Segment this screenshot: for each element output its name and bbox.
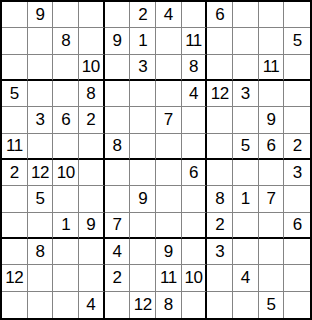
cell-r3c4[interactable]: 10 bbox=[79, 55, 105, 81]
cell-r8c10[interactable]: 1 bbox=[233, 186, 259, 212]
cell-r7c2[interactable]: 12 bbox=[28, 160, 54, 186]
given-digit: 6 bbox=[293, 216, 302, 233]
cell-r6c1[interactable]: 11 bbox=[2, 134, 28, 160]
cell-r10c4[interactable] bbox=[79, 239, 105, 265]
cell-r3c1[interactable] bbox=[2, 55, 28, 81]
cell-r9c10[interactable] bbox=[233, 213, 259, 239]
cell-r2c12[interactable]: 5 bbox=[284, 28, 310, 54]
cell-r7c7[interactable] bbox=[156, 160, 182, 186]
cell-r12c5[interactable] bbox=[105, 292, 131, 318]
given-digit: 4 bbox=[113, 243, 122, 260]
cell-r9c2[interactable] bbox=[28, 213, 54, 239]
cell-r11c3[interactable] bbox=[53, 265, 79, 291]
cell-r1c8[interactable] bbox=[182, 2, 208, 28]
cell-r4c10[interactable]: 3 bbox=[233, 81, 259, 107]
cell-r12c1[interactable] bbox=[2, 292, 28, 318]
cell-r12c7[interactable]: 8 bbox=[156, 292, 182, 318]
cell-r8c8[interactable] bbox=[182, 186, 208, 212]
cell-r7c10[interactable] bbox=[233, 160, 259, 186]
given-digit: 10 bbox=[82, 58, 100, 75]
cell-r2c8[interactable]: 11 bbox=[182, 28, 208, 54]
cell-r1c7[interactable]: 4 bbox=[156, 2, 182, 28]
cell-r1c2[interactable]: 9 bbox=[28, 2, 54, 28]
cell-r6c3[interactable] bbox=[53, 134, 79, 160]
cell-r4c1[interactable]: 5 bbox=[2, 81, 28, 107]
cell-r6c4[interactable] bbox=[79, 134, 105, 160]
cell-r10c7[interactable]: 9 bbox=[156, 239, 182, 265]
given-digit: 2 bbox=[293, 137, 302, 154]
cell-r11c11[interactable] bbox=[259, 265, 285, 291]
given-digit: 12 bbox=[211, 85, 229, 102]
given-digit: 2 bbox=[138, 6, 147, 23]
cell-r5c5[interactable] bbox=[105, 107, 131, 133]
given-digit: 9 bbox=[86, 216, 95, 233]
given-digit: 8 bbox=[164, 296, 173, 313]
given-digit: 3 bbox=[241, 85, 250, 102]
cell-r1c3[interactable] bbox=[53, 2, 79, 28]
given-digit: 4 bbox=[189, 85, 198, 102]
cell-r4c12[interactable] bbox=[284, 81, 310, 107]
given-digit: 1 bbox=[241, 190, 250, 207]
cell-r7c1[interactable]: 2 bbox=[2, 160, 28, 186]
cell-r10c10[interactable] bbox=[233, 239, 259, 265]
cell-r11c8[interactable]: 10 bbox=[182, 265, 208, 291]
given-digit: 2 bbox=[10, 164, 19, 181]
cell-r1c4[interactable] bbox=[79, 2, 105, 28]
given-digit: 2 bbox=[113, 269, 122, 286]
cell-r3c8[interactable]: 8 bbox=[182, 55, 208, 81]
cell-r12c8[interactable] bbox=[182, 292, 208, 318]
given-digit: 7 bbox=[113, 216, 122, 233]
cell-r4c7[interactable] bbox=[156, 81, 182, 107]
given-digit: 11 bbox=[263, 58, 280, 75]
cell-r1c10[interactable] bbox=[233, 2, 259, 28]
given-digit: 1 bbox=[61, 216, 70, 233]
cell-r6c9[interactable] bbox=[207, 134, 233, 160]
cell-r4c5[interactable] bbox=[105, 81, 131, 107]
given-digit: 5 bbox=[293, 32, 302, 49]
cell-r12c6[interactable]: 12 bbox=[130, 292, 156, 318]
given-digit: 4 bbox=[86, 296, 95, 313]
cell-r10c8[interactable] bbox=[182, 239, 208, 265]
cell-r4c9[interactable]: 12 bbox=[207, 81, 233, 107]
cell-r3c11[interactable]: 11 bbox=[259, 55, 285, 81]
cell-r7c12[interactable]: 3 bbox=[284, 160, 310, 186]
cell-r5c12[interactable] bbox=[284, 107, 310, 133]
cell-r5c10[interactable] bbox=[233, 107, 259, 133]
cell-r1c9[interactable]: 6 bbox=[207, 2, 233, 28]
given-digit: 2 bbox=[215, 216, 224, 233]
cell-r8c7[interactable] bbox=[156, 186, 182, 212]
cell-r8c4[interactable] bbox=[79, 186, 105, 212]
cell-r1c1[interactable] bbox=[2, 2, 28, 28]
given-digit: 10 bbox=[57, 164, 75, 181]
cell-r4c4[interactable]: 8 bbox=[79, 81, 105, 107]
cell-r4c8[interactable]: 4 bbox=[182, 81, 208, 107]
cell-r7c11[interactable] bbox=[259, 160, 285, 186]
cell-r2c1[interactable] bbox=[2, 28, 28, 54]
cell-r6c2[interactable] bbox=[28, 134, 54, 160]
cell-r10c1[interactable] bbox=[2, 239, 28, 265]
cell-r10c5[interactable]: 4 bbox=[105, 239, 131, 265]
cell-r3c3[interactable] bbox=[53, 55, 79, 81]
given-digit: 3 bbox=[215, 243, 224, 260]
cell-r10c6[interactable] bbox=[130, 239, 156, 265]
given-digit: 3 bbox=[36, 111, 45, 128]
cell-r11c12[interactable] bbox=[284, 265, 310, 291]
cell-r9c4[interactable]: 9 bbox=[79, 213, 105, 239]
given-digit: 9 bbox=[36, 6, 45, 23]
given-digit: 6 bbox=[61, 111, 70, 128]
cell-r11c1[interactable]: 12 bbox=[2, 265, 28, 291]
cell-r10c9[interactable]: 3 bbox=[207, 239, 233, 265]
cell-r12c4[interactable]: 4 bbox=[79, 292, 105, 318]
cell-r4c3[interactable] bbox=[53, 81, 79, 107]
given-digit: 8 bbox=[36, 243, 45, 260]
cell-r9c6[interactable] bbox=[130, 213, 156, 239]
cell-r10c11[interactable] bbox=[259, 239, 285, 265]
cell-r5c11[interactable]: 9 bbox=[259, 107, 285, 133]
cell-r8c11[interactable]: 7 bbox=[259, 186, 285, 212]
cell-r2c5[interactable]: 9 bbox=[105, 28, 131, 54]
cell-r5c9[interactable] bbox=[207, 107, 233, 133]
given-digit: 9 bbox=[138, 190, 147, 207]
given-digit: 3 bbox=[138, 58, 147, 75]
cell-r6c6[interactable] bbox=[130, 134, 156, 160]
given-digit: 10 bbox=[185, 269, 203, 286]
given-digit: 11 bbox=[160, 269, 177, 286]
cell-r1c5[interactable] bbox=[105, 2, 131, 28]
cell-r7c3[interactable]: 10 bbox=[53, 160, 79, 186]
given-digit: 8 bbox=[215, 190, 224, 207]
cell-r9c9[interactable]: 2 bbox=[207, 213, 233, 239]
cell-r7c9[interactable] bbox=[207, 160, 233, 186]
given-digit: 4 bbox=[241, 269, 250, 286]
cell-r6c5[interactable]: 8 bbox=[105, 134, 131, 160]
given-digit: 7 bbox=[164, 111, 173, 128]
cell-r2c4[interactable] bbox=[79, 28, 105, 54]
cell-r7c8[interactable]: 6 bbox=[182, 160, 208, 186]
cell-r3c5[interactable] bbox=[105, 55, 131, 81]
cell-r10c2[interactable]: 8 bbox=[28, 239, 54, 265]
cell-r2c6[interactable]: 1 bbox=[130, 28, 156, 54]
given-digit: 8 bbox=[189, 58, 198, 75]
cell-r3c10[interactable] bbox=[233, 55, 259, 81]
cell-r3c9[interactable] bbox=[207, 55, 233, 81]
cell-r5c1[interactable] bbox=[2, 107, 28, 133]
cell-r7c6[interactable] bbox=[130, 160, 156, 186]
cell-r11c9[interactable] bbox=[207, 265, 233, 291]
cell-r8c9[interactable]: 8 bbox=[207, 186, 233, 212]
cell-r11c2[interactable] bbox=[28, 265, 54, 291]
cell-r4c2[interactable] bbox=[28, 81, 54, 107]
cell-r5c4[interactable]: 2 bbox=[79, 107, 105, 133]
cell-r2c9[interactable] bbox=[207, 28, 233, 54]
cell-r4c11[interactable] bbox=[259, 81, 285, 107]
cell-r12c9[interactable] bbox=[207, 292, 233, 318]
cell-r1c12[interactable] bbox=[284, 2, 310, 28]
cell-r11c4[interactable] bbox=[79, 265, 105, 291]
given-digit: 6 bbox=[189, 164, 198, 181]
cell-r8c1[interactable] bbox=[2, 186, 28, 212]
cell-r10c3[interactable] bbox=[53, 239, 79, 265]
cell-r11c7[interactable]: 11 bbox=[156, 265, 182, 291]
cell-r4c6[interactable] bbox=[130, 81, 156, 107]
cell-r12c12[interactable] bbox=[284, 292, 310, 318]
given-digit: 9 bbox=[164, 243, 173, 260]
cell-r9c1[interactable] bbox=[2, 213, 28, 239]
cell-r5c8[interactable] bbox=[182, 107, 208, 133]
cell-r5c6[interactable] bbox=[130, 107, 156, 133]
cell-r8c5[interactable] bbox=[105, 186, 131, 212]
given-digit: 8 bbox=[113, 137, 122, 154]
cell-r6c11[interactable]: 6 bbox=[259, 134, 285, 160]
cell-r3c7[interactable] bbox=[156, 55, 182, 81]
sudoku-board: 9246891115103811584123362791185622121063… bbox=[0, 0, 312, 320]
given-digit: 3 bbox=[293, 164, 302, 181]
given-digit: 8 bbox=[61, 32, 70, 49]
cell-r12c3[interactable] bbox=[53, 292, 79, 318]
cell-r12c10[interactable] bbox=[233, 292, 259, 318]
cell-r5c2[interactable]: 3 bbox=[28, 107, 54, 133]
given-digit: 6 bbox=[267, 137, 276, 154]
cell-r11c10[interactable]: 4 bbox=[233, 265, 259, 291]
cell-r5c7[interactable]: 7 bbox=[156, 107, 182, 133]
given-digit: 6 bbox=[215, 6, 224, 23]
sudoku-puzzle: 9246891115103811584123362791185622121063… bbox=[0, 0, 312, 320]
cell-r2c10[interactable] bbox=[233, 28, 259, 54]
cell-r6c8[interactable] bbox=[182, 134, 208, 160]
cell-r2c7[interactable] bbox=[156, 28, 182, 54]
cell-r9c12[interactable]: 6 bbox=[284, 213, 310, 239]
cell-r8c6[interactable]: 9 bbox=[130, 186, 156, 212]
given-digit: 5 bbox=[241, 137, 250, 154]
cell-r11c6[interactable] bbox=[130, 265, 156, 291]
cell-r9c5[interactable]: 7 bbox=[105, 213, 131, 239]
cell-r11c5[interactable]: 2 bbox=[105, 265, 131, 291]
cell-r9c8[interactable] bbox=[182, 213, 208, 239]
cell-r7c5[interactable] bbox=[105, 160, 131, 186]
cell-r6c7[interactable] bbox=[156, 134, 182, 160]
given-digit: 9 bbox=[113, 32, 122, 49]
given-digit: 5 bbox=[36, 190, 45, 207]
cell-r9c7[interactable] bbox=[156, 213, 182, 239]
given-digit: 12 bbox=[134, 296, 152, 313]
given-digit: 12 bbox=[31, 164, 49, 181]
cell-r9c11[interactable] bbox=[259, 213, 285, 239]
cell-r6c12[interactable]: 2 bbox=[284, 134, 310, 160]
cell-r2c2[interactable] bbox=[28, 28, 54, 54]
given-digit: 8 bbox=[86, 85, 95, 102]
cell-r3c12[interactable] bbox=[284, 55, 310, 81]
given-digit: 11 bbox=[6, 137, 23, 154]
given-digit: 5 bbox=[10, 85, 19, 102]
cell-r8c2[interactable]: 5 bbox=[28, 186, 54, 212]
cell-r8c3[interactable] bbox=[53, 186, 79, 212]
cell-r12c2[interactable] bbox=[28, 292, 54, 318]
cell-r8c12[interactable] bbox=[284, 186, 310, 212]
cell-r3c6[interactable]: 3 bbox=[130, 55, 156, 81]
given-digit: 2 bbox=[86, 111, 95, 128]
given-digit: 1 bbox=[138, 32, 147, 49]
cell-r2c3[interactable]: 8 bbox=[53, 28, 79, 54]
cell-r7c4[interactable] bbox=[79, 160, 105, 186]
cell-r3c2[interactable] bbox=[28, 55, 54, 81]
given-digit: 9 bbox=[267, 111, 276, 128]
cell-r5c3[interactable]: 6 bbox=[53, 107, 79, 133]
cell-r1c6[interactable]: 2 bbox=[130, 2, 156, 28]
given-digit: 4 bbox=[164, 6, 173, 23]
cell-r1c11[interactable] bbox=[259, 2, 285, 28]
cell-r6c10[interactable]: 5 bbox=[233, 134, 259, 160]
cell-r9c3[interactable]: 1 bbox=[53, 213, 79, 239]
cell-r2c11[interactable] bbox=[259, 28, 285, 54]
given-digit: 11 bbox=[185, 32, 202, 49]
given-digit: 7 bbox=[267, 190, 276, 207]
cell-r12c11[interactable]: 5 bbox=[259, 292, 285, 318]
cell-r10c12[interactable] bbox=[284, 239, 310, 265]
given-digit: 5 bbox=[267, 296, 276, 313]
given-digit: 12 bbox=[5, 269, 23, 286]
